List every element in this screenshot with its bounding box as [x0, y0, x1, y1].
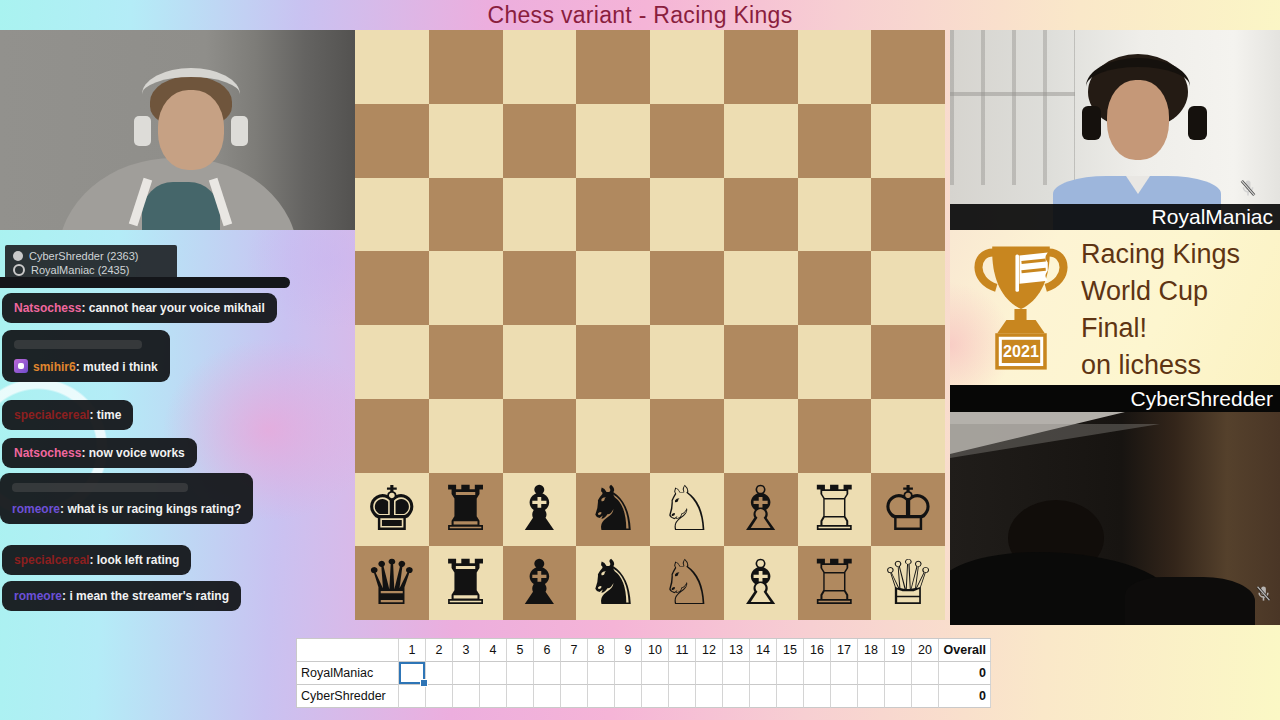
- chat-text: time: [97, 408, 122, 422]
- square-g5[interactable]: [798, 251, 872, 325]
- square-e8[interactable]: [650, 30, 724, 104]
- piece-wn[interactable]: ♘: [659, 552, 715, 614]
- piece-bq[interactable]: ♛: [364, 552, 420, 614]
- piece-wb[interactable]: ♗: [733, 552, 789, 614]
- square-g4[interactable]: [798, 325, 872, 399]
- piece-wq[interactable]: ♕: [880, 552, 936, 614]
- piece-bn[interactable]: ♞: [585, 478, 641, 540]
- round-header-19[interactable]: 19: [885, 639, 912, 662]
- chat-message: specialcereal: time: [2, 400, 133, 430]
- round-header-2[interactable]: 2: [426, 639, 453, 662]
- score-cell-r2-c17[interactable]: [831, 685, 858, 708]
- score-cell-r1-c4[interactable]: [480, 662, 507, 685]
- window-blinds: [950, 30, 1075, 185]
- chat-text: i mean the streamer's rating: [69, 589, 229, 603]
- piece-bb[interactable]: ♝: [512, 552, 568, 614]
- round-header-6[interactable]: 6: [534, 639, 561, 662]
- player-row-black: CyberShredder (2363): [13, 249, 169, 263]
- square-a8[interactable]: [355, 30, 429, 104]
- round-header-5[interactable]: 5: [507, 639, 534, 662]
- chat-username: specialcereal: [14, 408, 89, 422]
- mic-muted-icon: [1254, 584, 1273, 603]
- square-e4[interactable]: [650, 325, 724, 399]
- score-cell-r1-c18[interactable]: [858, 662, 885, 685]
- chat-username: romeore: [12, 502, 60, 516]
- score-cell-r1-c10[interactable]: [642, 662, 669, 685]
- square-e7[interactable]: [650, 104, 724, 178]
- square-b3[interactable]: [429, 399, 503, 473]
- svg-text:2021: 2021: [1003, 342, 1039, 360]
- mic-muted-icon: [1238, 178, 1258, 198]
- score-cell-r2-c1[interactable]: [399, 685, 426, 708]
- score-cell-r2-c19[interactable]: [885, 685, 912, 708]
- player-name-cell[interactable]: RoyalManiac: [297, 662, 399, 685]
- score-cell-r1-c8[interactable]: [588, 662, 615, 685]
- square-g2[interactable]: ♖: [798, 473, 872, 547]
- square-g3[interactable]: [798, 399, 872, 473]
- faded-message-line: [12, 483, 188, 492]
- banner-line: Racing Kings: [1081, 236, 1240, 273]
- chat-message: Natsochess: cannot hear your voice mikha…: [2, 293, 277, 323]
- chat-username: Natsochess: [14, 301, 81, 315]
- square-a4[interactable]: [355, 325, 429, 399]
- streamer-webcam: [0, 30, 355, 230]
- square-d1[interactable]: ♞: [576, 546, 650, 620]
- score-cell-r2-c16[interactable]: [804, 685, 831, 708]
- square-b5[interactable]: [429, 251, 503, 325]
- window-sill: [950, 92, 1075, 96]
- selected-cell[interactable]: [399, 662, 426, 685]
- score-cell-r2-c14[interactable]: [750, 685, 777, 708]
- square-f5[interactable]: [724, 251, 798, 325]
- chat-text: look left rating: [97, 553, 180, 567]
- square-g8[interactable]: [798, 30, 872, 104]
- score-cell-r2-c3[interactable]: [453, 685, 480, 708]
- round-header-7[interactable]: 7: [561, 639, 588, 662]
- round-header-20[interactable]: 20: [912, 639, 939, 662]
- square-f7[interactable]: [724, 104, 798, 178]
- round-header-15[interactable]: 15: [777, 639, 804, 662]
- cybershredder-name-label: CyberShredder: [1131, 387, 1273, 411]
- score-cell-r2-c20[interactable]: [912, 685, 939, 708]
- chat-text: what is ur racing kings rating?: [67, 502, 241, 516]
- square-d5[interactable]: [576, 251, 650, 325]
- square-h8[interactable]: [871, 30, 945, 104]
- score-cell-r2-c11[interactable]: [669, 685, 696, 708]
- square-e2[interactable]: ♘: [650, 473, 724, 547]
- banner-line: World Cup: [1081, 273, 1240, 310]
- overall-score-cell[interactable]: 0: [939, 662, 991, 685]
- piece-bb[interactable]: ♝: [512, 478, 568, 540]
- round-header-9[interactable]: 9: [615, 639, 642, 662]
- royalmaniac-name-label: RoyalManiac: [1152, 205, 1273, 229]
- headphone-cup-icon: [231, 116, 248, 146]
- square-d8[interactable]: [576, 30, 650, 104]
- score-cell-r1-c6[interactable]: [534, 662, 561, 685]
- chat-username: Natsochess: [14, 446, 81, 460]
- score-cell-r1-c13[interactable]: [723, 662, 750, 685]
- banner-line: Final!: [1081, 310, 1240, 347]
- square-h4[interactable]: [871, 325, 945, 399]
- square-b8[interactable]: [429, 30, 503, 104]
- black-piece-marker-icon: [13, 251, 23, 261]
- chat-message: romeore: what is ur racing kings rating?: [0, 473, 253, 524]
- chat-username: specialcereal: [14, 553, 89, 567]
- overall-score-cell[interactable]: 0: [939, 685, 991, 708]
- white-piece-marker-icon: [13, 264, 25, 276]
- piece-wk[interactable]: ♔: [880, 478, 936, 540]
- stream-layout: Chess variant - Racing Kings ♚♜♝♞♘♗♖♔♛♜♝…: [0, 0, 1280, 720]
- round-header-11[interactable]: 11: [669, 639, 696, 662]
- score-cell-r2-c2[interactable]: [426, 685, 453, 708]
- streamer-headphones: [142, 68, 240, 121]
- square-e3[interactable]: [650, 399, 724, 473]
- banner-line: on lichess: [1081, 347, 1240, 384]
- square-c5[interactable]: [503, 251, 577, 325]
- square-a7[interactable]: [355, 104, 429, 178]
- chat-separator: :: [76, 360, 83, 374]
- chat-message: Natsochess: now voice works: [2, 438, 197, 468]
- round-header-1[interactable]: 1: [399, 639, 426, 662]
- page-title: Chess variant - Racing Kings: [488, 2, 793, 29]
- square-h6[interactable]: [871, 178, 945, 252]
- score-cell-r2-c5[interactable]: [507, 685, 534, 708]
- trophy-icon: 2021: [968, 238, 1074, 378]
- square-d3[interactable]: [576, 399, 650, 473]
- royalmaniac-headphones: [1086, 58, 1190, 115]
- streamer-shirt: [142, 182, 220, 230]
- score-cell-r2-c4[interactable]: [480, 685, 507, 708]
- square-e1[interactable]: ♘: [650, 546, 724, 620]
- royalmaniac-webcam: RoyalManiac: [950, 30, 1280, 230]
- score-cell-r1-c9[interactable]: [615, 662, 642, 685]
- round-header-4[interactable]: 4: [480, 639, 507, 662]
- headphone-cup-icon: [1188, 106, 1207, 140]
- square-f2[interactable]: ♗: [724, 473, 798, 547]
- selection-fill-handle[interactable]: [420, 679, 428, 687]
- square-b7[interactable]: [429, 104, 503, 178]
- round-header-18[interactable]: 18: [858, 639, 885, 662]
- square-e6[interactable]: [650, 178, 724, 252]
- score-cell-r2-c15[interactable]: [777, 685, 804, 708]
- score-table: 1234567891011121314151617181920OverallRo…: [296, 638, 991, 708]
- chat-text: cannot hear your voice mikhail: [89, 301, 265, 315]
- chat-message: specialcereal: look left rating: [2, 545, 191, 575]
- round-header-3[interactable]: 3: [453, 639, 480, 662]
- square-h7[interactable]: [871, 104, 945, 178]
- round-header-13[interactable]: 13: [723, 639, 750, 662]
- piece-wb[interactable]: ♗: [733, 478, 789, 540]
- player-name-cell[interactable]: CyberShredder: [297, 685, 399, 708]
- piece-bn[interactable]: ♞: [585, 552, 641, 614]
- chat-username: romeore: [14, 589, 62, 603]
- score-cell-r2-c18[interactable]: [858, 685, 885, 708]
- chat-text: muted i think: [83, 360, 158, 374]
- square-b2[interactable]: ♜: [429, 473, 503, 547]
- square-c3[interactable]: [503, 399, 577, 473]
- player-name-rating: CyberShredder (2363): [29, 249, 138, 263]
- chat-separator: :: [81, 446, 88, 460]
- square-d6[interactable]: [576, 178, 650, 252]
- chat-message: smihir6: muted i think: [2, 330, 170, 382]
- square-a3[interactable]: [355, 399, 429, 473]
- square-f4[interactable]: [724, 325, 798, 399]
- score-cell-r1-c3[interactable]: [453, 662, 480, 685]
- event-banner: 2021 Racing Kings World Cup Final! on li…: [950, 230, 1280, 385]
- match-players-box: CyberShredder (2363) RoyalManiac (2435): [5, 245, 177, 281]
- player-row-white: RoyalManiac (2435): [13, 263, 169, 277]
- square-f3[interactable]: [724, 399, 798, 473]
- square-g6[interactable]: [798, 178, 872, 252]
- score-cell-r2-c12[interactable]: [696, 685, 723, 708]
- square-c8[interactable]: [503, 30, 577, 104]
- square-h3[interactable]: [871, 399, 945, 473]
- score-cell-r1-c15[interactable]: [777, 662, 804, 685]
- piece-bk[interactable]: ♚: [364, 478, 420, 540]
- score-cell-r2-c6[interactable]: [534, 685, 561, 708]
- score-cell-r1-c17[interactable]: [831, 662, 858, 685]
- square-f8[interactable]: [724, 30, 798, 104]
- square-c7[interactable]: [503, 104, 577, 178]
- square-a1[interactable]: ♛: [355, 546, 429, 620]
- chat-username: smihir6: [33, 360, 76, 374]
- round-header-16[interactable]: 16: [804, 639, 831, 662]
- chat-badge-icon: [14, 359, 28, 373]
- score-cell-r1-c7[interactable]: [561, 662, 588, 685]
- piece-br[interactable]: ♜: [438, 552, 494, 614]
- cybershredder-room: [950, 412, 1280, 625]
- score-cell-r1-c5[interactable]: [507, 662, 534, 685]
- score-cell-r1-c11[interactable]: [669, 662, 696, 685]
- square-a2[interactable]: ♚: [355, 473, 429, 547]
- piece-br[interactable]: ♜: [438, 478, 494, 540]
- ceiling-shadow: [950, 424, 1160, 458]
- chat-separator: :: [81, 301, 88, 315]
- collapsed-chat-bubble: [0, 277, 290, 288]
- round-header-10[interactable]: 10: [642, 639, 669, 662]
- overall-header[interactable]: Overall: [939, 639, 991, 662]
- square-c1[interactable]: ♝: [503, 546, 577, 620]
- square-b6[interactable]: [429, 178, 503, 252]
- round-header-12[interactable]: 12: [696, 639, 723, 662]
- table-corner-cell[interactable]: [297, 639, 399, 662]
- square-h5[interactable]: [871, 251, 945, 325]
- score-cell-r1-c2[interactable]: [426, 662, 453, 685]
- cybershredder-name-bar: CyberShredder: [950, 385, 1280, 412]
- square-c4[interactable]: [503, 325, 577, 399]
- square-f6[interactable]: [724, 178, 798, 252]
- round-header-8[interactable]: 8: [588, 639, 615, 662]
- piece-wn[interactable]: ♘: [659, 478, 715, 540]
- square-g1[interactable]: ♖: [798, 546, 872, 620]
- round-header-17[interactable]: 17: [831, 639, 858, 662]
- score-cell-r1-c14[interactable]: [750, 662, 777, 685]
- chat-message: romeore: i mean the streamer's rating: [2, 581, 241, 611]
- chat-text: now voice works: [89, 446, 185, 460]
- square-b4[interactable]: [429, 325, 503, 399]
- faded-message-line: [14, 340, 142, 349]
- square-d7[interactable]: [576, 104, 650, 178]
- square-d4[interactable]: [576, 325, 650, 399]
- score-cell-r2-c10[interactable]: [642, 685, 669, 708]
- score-cell-r2-c13[interactable]: [723, 685, 750, 708]
- headphone-cup-icon: [134, 116, 151, 146]
- square-h2[interactable]: ♔: [871, 473, 945, 547]
- score-cell-r2-c8[interactable]: [588, 685, 615, 708]
- player-name-rating: RoyalManiac (2435): [31, 263, 129, 277]
- square-e5[interactable]: [650, 251, 724, 325]
- square-g7[interactable]: [798, 104, 872, 178]
- score-cell-r1-c16[interactable]: [804, 662, 831, 685]
- score-cell-r2-c7[interactable]: [561, 685, 588, 708]
- score-cell-r1-c20[interactable]: [912, 662, 939, 685]
- title-bar: Chess variant - Racing Kings: [0, 0, 1280, 30]
- headphone-cup-icon: [1082, 106, 1101, 140]
- round-header-14[interactable]: 14: [750, 639, 777, 662]
- royalmaniac-collar: [1126, 176, 1150, 194]
- chat-separator: :: [89, 408, 96, 422]
- square-a5[interactable]: [355, 251, 429, 325]
- square-a6[interactable]: [355, 178, 429, 252]
- square-c6[interactable]: [503, 178, 577, 252]
- royalmaniac-name-bar: RoyalManiac: [950, 204, 1280, 230]
- cybershredder-webcam: CyberShredder: [950, 385, 1280, 625]
- square-d2[interactable]: ♞: [576, 473, 650, 547]
- piece-wr[interactable]: ♖: [807, 552, 863, 614]
- square-c2[interactable]: ♝: [503, 473, 577, 547]
- chat-separator: :: [89, 553, 96, 567]
- chess-board[interactable]: ♚♜♝♞♘♗♖♔♛♜♝♞♘♗♖♕: [355, 30, 945, 620]
- score-cell-r1-c19[interactable]: [885, 662, 912, 685]
- square-b1[interactable]: ♜: [429, 546, 503, 620]
- square-f1[interactable]: ♗: [724, 546, 798, 620]
- cybershredder-arm: [1125, 577, 1255, 625]
- square-h1[interactable]: ♕: [871, 546, 945, 620]
- banner-text: Racing Kings World Cup Final! on lichess: [1081, 236, 1240, 384]
- piece-wr[interactable]: ♖: [807, 478, 863, 540]
- score-cell-r1-c12[interactable]: [696, 662, 723, 685]
- score-cell-r2-c9[interactable]: [615, 685, 642, 708]
